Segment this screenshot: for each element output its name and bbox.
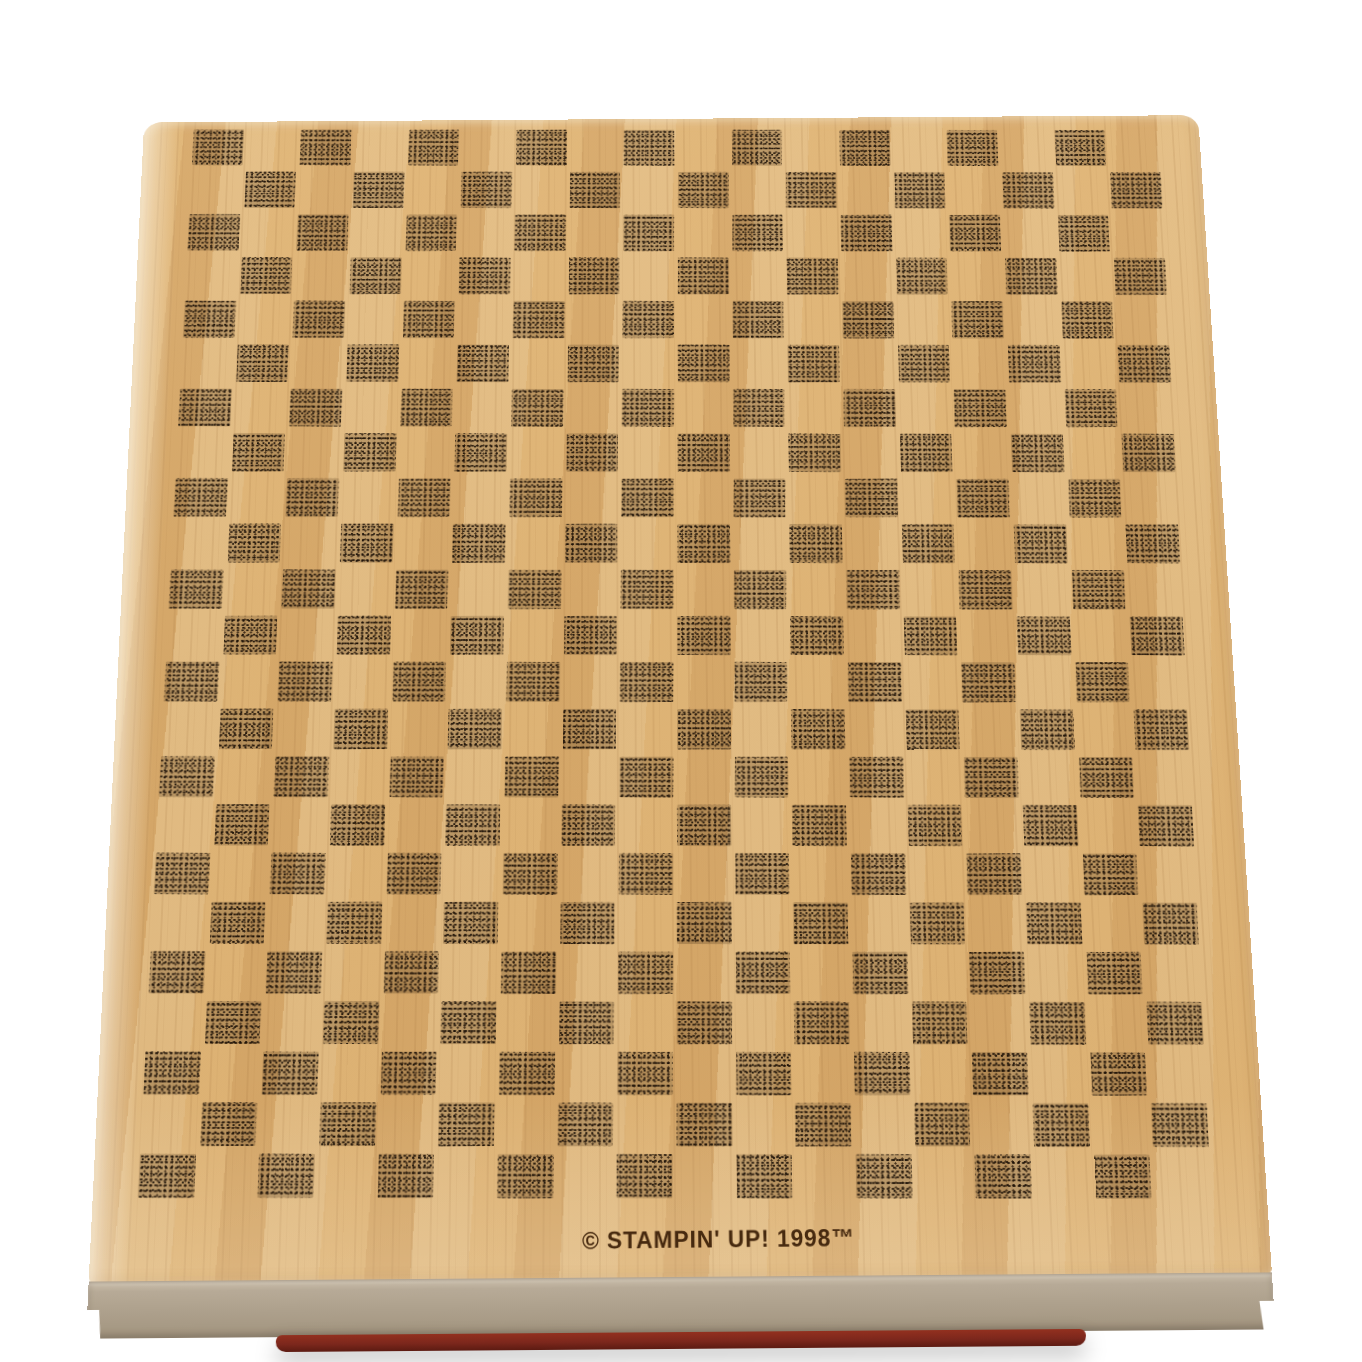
board-square-light	[901, 566, 959, 612]
board-square-dark	[842, 386, 898, 431]
board-square-dark	[1069, 566, 1127, 612]
board-square-light	[1019, 754, 1078, 802]
board-square-light	[138, 1099, 200, 1150]
board-square-light	[734, 1099, 794, 1150]
board-square-dark	[562, 612, 619, 659]
board-square-dark	[321, 998, 382, 1048]
board-square-dark	[283, 475, 341, 520]
board-square-dark	[1108, 169, 1164, 212]
board-square-light	[555, 1150, 615, 1202]
board-square-light	[386, 801, 445, 849]
board-square-dark	[341, 430, 398, 475]
board-square-light	[1086, 998, 1147, 1048]
board-square-dark	[198, 1099, 260, 1150]
board-square-light	[953, 430, 1010, 475]
board-square-light	[1126, 566, 1185, 612]
board-square-dark	[675, 1099, 735, 1150]
board-square-light	[296, 168, 352, 211]
board-square-dark	[1006, 342, 1063, 386]
board-square-dark	[495, 1150, 556, 1202]
board-square-dark	[850, 948, 910, 998]
board-square-dark	[338, 520, 396, 566]
board-square-light	[266, 898, 326, 947]
board-square-light	[1122, 475, 1180, 520]
board-square-dark	[446, 706, 504, 754]
board-square-dark	[675, 801, 733, 849]
board-square-dark	[260, 1048, 321, 1099]
board-square-light	[786, 385, 842, 430]
board-square-light	[732, 612, 789, 659]
board-square-dark	[892, 169, 947, 212]
board-square-light	[675, 1150, 735, 1202]
board-square-dark	[230, 430, 288, 475]
board-square-light	[405, 169, 460, 212]
board-square-dark	[1009, 430, 1066, 475]
board-square-dark	[504, 659, 562, 706]
board-square-dark	[291, 297, 348, 341]
board-square-dark	[375, 1150, 436, 1202]
board-square-light	[319, 1048, 380, 1099]
board-square-dark	[255, 1150, 317, 1202]
board-square-dark	[734, 1048, 794, 1099]
board-square-dark	[497, 1048, 557, 1099]
board-square-light	[838, 169, 893, 212]
board-square-dark	[733, 753, 791, 801]
board-square-dark	[618, 659, 675, 706]
board-square-dark	[790, 801, 848, 849]
board-square-dark	[398, 385, 455, 430]
board-square-light	[848, 801, 907, 849]
board-square-light	[841, 341, 897, 385]
board-square-dark	[347, 254, 403, 297]
board-square-light	[949, 254, 1005, 297]
board-square-light	[164, 612, 223, 659]
board-square-light	[731, 430, 787, 475]
board-square-dark	[967, 948, 1027, 998]
board-square-light	[961, 706, 1020, 754]
board-square-dark	[847, 754, 905, 802]
board-square-dark	[954, 475, 1011, 520]
board-square-light	[556, 1048, 616, 1099]
board-square-dark	[234, 341, 291, 385]
board-square-light	[400, 341, 456, 385]
board-square-light	[620, 430, 676, 475]
board-square-dark	[502, 753, 560, 801]
board-square-dark	[843, 475, 900, 520]
board-square-dark	[1027, 998, 1088, 1048]
board-square-light	[214, 753, 274, 801]
board-square-light	[144, 997, 205, 1047]
board-square-light	[561, 659, 618, 706]
board-square-dark	[441, 898, 500, 947]
board-square-dark	[622, 127, 676, 169]
board-square-dark	[894, 254, 950, 297]
board-square-light	[568, 126, 622, 168]
board-square-light	[1022, 850, 1082, 899]
board-square-light	[732, 706, 790, 754]
board-square-dark	[733, 948, 792, 998]
board-square-light	[257, 1099, 318, 1150]
board-square-dark	[1132, 706, 1191, 754]
board-square-dark	[731, 385, 787, 430]
board-square-light	[675, 948, 734, 998]
board-square-dark	[1000, 169, 1056, 212]
board-square-dark	[287, 385, 344, 430]
board-square-light	[1090, 1099, 1152, 1150]
board-square-dark	[207, 898, 267, 947]
board-square-dark	[1012, 520, 1070, 566]
board-square-light	[793, 1048, 853, 1099]
board-square-light	[315, 1150, 376, 1202]
board-square-dark	[557, 998, 616, 1048]
board-square-light	[676, 298, 731, 342]
board-square-light	[787, 475, 843, 520]
board-square-light	[394, 520, 451, 566]
board-square-light	[675, 753, 733, 801]
board-square-light	[205, 948, 266, 998]
board-square-light	[343, 385, 400, 430]
board-square-dark	[732, 566, 789, 612]
board-square-dark	[1024, 899, 1084, 948]
board-square-dark	[788, 520, 845, 566]
board-square-dark	[898, 430, 955, 475]
board-square-dark	[730, 127, 784, 169]
board-square-dark	[1066, 475, 1124, 520]
board-square-light	[1032, 1151, 1094, 1203]
board-square-dark	[840, 298, 896, 342]
board-square-dark	[176, 385, 234, 430]
board-square-light	[619, 612, 676, 659]
board-square-light	[503, 706, 561, 754]
board-square-dark	[846, 659, 904, 706]
board-square-light	[1029, 1048, 1090, 1099]
board-square-light	[336, 566, 394, 612]
board-square-dark	[459, 169, 514, 212]
board-square-dark	[146, 948, 207, 998]
board-square-light	[617, 801, 675, 849]
board-square-light	[790, 753, 848, 801]
board-square-light	[905, 754, 964, 802]
board-square-dark	[853, 1150, 914, 1202]
board-square-light	[622, 169, 676, 212]
board-square-dark	[950, 298, 1006, 342]
board-square-light	[274, 706, 333, 754]
board-square-light	[731, 341, 786, 385]
board-square-dark	[912, 1099, 973, 1150]
board-square-light	[289, 341, 346, 385]
board-square-light	[675, 566, 732, 612]
board-square-light	[966, 899, 1026, 948]
board-square-dark	[844, 566, 901, 612]
board-square-light	[1026, 948, 1086, 998]
board-square-dark	[264, 948, 325, 998]
board-square-dark	[514, 126, 569, 168]
board-square-light	[913, 1150, 974, 1202]
board-square-light	[1071, 612, 1130, 659]
board-square-light	[512, 254, 567, 297]
board-square-light	[240, 211, 296, 254]
board-square-dark	[733, 850, 791, 899]
board-square-dark	[501, 850, 560, 899]
board-square-light	[1106, 127, 1162, 169]
board-square-light	[507, 520, 564, 566]
board-square-dark	[1088, 1049, 1149, 1100]
board-square-dark	[1116, 342, 1173, 386]
board-square-light	[963, 802, 1022, 850]
board-face: © STAMPIN' UP! 1998™	[89, 115, 1272, 1283]
board-square-light	[897, 386, 953, 431]
board-square-light	[1143, 948, 1204, 998]
board-square-dark	[731, 475, 787, 520]
board-square-dark	[136, 1150, 198, 1202]
board-square-dark	[1031, 1099, 1092, 1150]
board-square-light	[1054, 169, 1110, 212]
board-square-light	[195, 1150, 257, 1202]
board-square-light	[159, 705, 219, 753]
board-square-dark	[401, 297, 457, 341]
board-square-light	[282, 520, 340, 566]
board-square-light	[402, 254, 458, 297]
board-square-dark	[617, 850, 675, 899]
board-square-light	[285, 430, 342, 475]
board-square-dark	[793, 1099, 853, 1150]
board-square-light	[909, 948, 969, 998]
board-square-dark	[225, 520, 283, 566]
board-square-light	[1151, 1151, 1213, 1203]
board-square-dark	[620, 385, 676, 430]
board-square-light	[322, 948, 382, 998]
board-square-light	[734, 998, 793, 1048]
board-square-dark	[185, 211, 242, 254]
board-square-light	[675, 1048, 734, 1099]
board-square-dark	[294, 211, 350, 254]
board-square-dark	[734, 1150, 794, 1202]
block-side-edge	[86, 1272, 1276, 1338]
board-square-dark	[203, 997, 264, 1047]
board-square-dark	[558, 899, 617, 948]
board-square-light	[951, 341, 1007, 385]
board-square-light	[675, 659, 732, 706]
board-square-light	[1007, 386, 1064, 431]
board-square-dark	[732, 659, 789, 706]
board-square-dark	[1136, 802, 1196, 850]
board-square-light	[391, 612, 449, 659]
board-square-light	[1068, 520, 1126, 566]
board-square-light	[179, 341, 236, 385]
board-square-dark	[378, 1048, 439, 1099]
board-square-dark	[787, 430, 843, 475]
board-square-dark	[457, 254, 513, 297]
board-square-dark	[444, 801, 503, 849]
board-square-light	[619, 520, 675, 566]
board-square-light	[842, 430, 898, 475]
board-square-light	[616, 998, 675, 1048]
board-square-light	[223, 566, 281, 612]
board-square-light	[210, 849, 270, 898]
board-square-dark	[272, 753, 331, 801]
board-square-light	[262, 997, 323, 1047]
board-square-dark	[965, 850, 1024, 899]
board-square-light	[851, 998, 911, 1048]
board-square-dark	[730, 211, 785, 254]
board-square-light	[500, 898, 559, 947]
board-square-light	[169, 520, 227, 566]
board-square-light	[1016, 659, 1075, 706]
board-square-dark	[1018, 706, 1077, 754]
board-square-dark	[957, 566, 1015, 612]
board-square-light	[791, 850, 850, 899]
board-square-dark	[849, 850, 908, 899]
board-square-dark	[564, 430, 620, 475]
checkerboard-grid	[136, 126, 1214, 1202]
board-square-light	[440, 948, 500, 998]
board-square-dark	[1015, 612, 1073, 659]
board-square-dark	[566, 254, 621, 297]
board-square-dark	[675, 612, 732, 659]
board-square-dark	[317, 1099, 378, 1150]
board-square-dark	[390, 659, 448, 706]
board-square-dark	[152, 849, 212, 898]
board-square-dark	[1149, 1099, 1211, 1150]
board-square-light	[232, 385, 289, 430]
board-square-dark	[212, 801, 272, 849]
board-square-dark	[555, 1099, 615, 1150]
board-square-dark	[453, 430, 510, 475]
board-square-dark	[838, 127, 893, 169]
board-square-dark	[455, 341, 511, 385]
board-square-dark	[331, 706, 390, 754]
board-square-dark	[157, 753, 217, 801]
board-square-dark	[947, 211, 1003, 254]
board-square-dark	[676, 254, 731, 297]
board-square-light	[891, 127, 946, 169]
board-square-dark	[1077, 754, 1136, 802]
board-square-light	[389, 706, 447, 754]
board-square-light	[676, 211, 730, 254]
board-square-dark	[676, 430, 732, 475]
board-square-dark	[511, 297, 567, 341]
board-square-light	[617, 899, 676, 948]
board-square-light	[278, 612, 336, 659]
board-square-light	[1002, 212, 1058, 255]
board-square-dark	[450, 520, 507, 566]
board-square-light	[969, 998, 1029, 1048]
board-square-light	[903, 659, 961, 706]
board-square-light	[456, 297, 512, 341]
board-square-light	[1134, 754, 1194, 802]
board-square-light	[560, 753, 618, 801]
board-square-dark	[171, 474, 229, 519]
board-square-light	[676, 127, 730, 169]
board-square-dark	[509, 385, 565, 430]
board-square-dark	[568, 169, 623, 212]
board-square-dark	[561, 706, 619, 754]
board-square-light	[1118, 386, 1175, 431]
board-square-dark	[908, 899, 968, 948]
board-square-dark	[381, 948, 441, 998]
board-square-light	[244, 126, 300, 168]
board-square-dark	[789, 706, 847, 754]
board-square-light	[508, 430, 564, 475]
board-square-light	[907, 850, 966, 899]
board-square-dark	[439, 998, 499, 1048]
board-square-light	[513, 169, 568, 212]
board-square-dark	[324, 898, 384, 947]
board-square-light	[1114, 298, 1171, 342]
copyright-text: © STAMPIN' UP! 1998™	[137, 1219, 1223, 1260]
board-square-light	[352, 126, 407, 168]
board-square-dark	[190, 126, 246, 168]
board-square-dark	[1124, 521, 1182, 567]
stamp-photo: © STAMPIN' UP! 1998™	[0, 0, 1362, 1362]
board-square-light	[188, 168, 244, 211]
board-square-dark	[615, 1048, 674, 1099]
board-square-light	[785, 211, 840, 254]
board-square-light	[174, 430, 232, 475]
board-square-light	[999, 127, 1054, 169]
board-square-dark	[298, 126, 354, 168]
board-square-light	[200, 1048, 261, 1099]
board-square-light	[1010, 475, 1067, 520]
board-square-dark	[902, 612, 960, 659]
board-square-dark	[615, 1150, 675, 1202]
board-square-dark	[499, 948, 558, 998]
board-square-light	[730, 254, 785, 297]
board-square-light	[732, 520, 788, 566]
board-square-light	[730, 169, 784, 212]
board-square-dark	[1056, 212, 1112, 255]
board-square-light	[675, 850, 733, 899]
board-square-light	[565, 385, 621, 430]
board-square-dark	[563, 520, 620, 566]
board-square-light	[1130, 659, 1189, 706]
board-square-dark	[1084, 948, 1145, 998]
board-square-light	[458, 211, 513, 254]
board-square-dark	[1080, 850, 1140, 899]
board-square-dark	[448, 612, 506, 659]
board-square-light	[447, 659, 505, 706]
board-square-light	[958, 612, 1016, 659]
board-square-dark	[565, 341, 621, 385]
board-square-light	[784, 127, 838, 169]
board-square-dark	[618, 753, 676, 801]
board-square-light	[154, 801, 214, 849]
board-square-light	[397, 430, 454, 475]
board-square-dark	[962, 754, 1021, 802]
board-square-dark	[906, 802, 965, 850]
board-square-dark	[238, 254, 295, 297]
board-square-light	[270, 801, 330, 849]
board-square-light	[1064, 430, 1121, 475]
board-square-light	[789, 659, 847, 706]
board-square-dark	[791, 899, 850, 948]
board-square-dark	[221, 612, 280, 659]
board-square-dark	[242, 168, 298, 211]
board-square-dark	[839, 211, 894, 254]
wood-block: © STAMPIN' UP! 1998™	[85, 115, 1277, 1356]
board-square-dark	[559, 801, 617, 849]
board-square-dark	[1053, 127, 1109, 169]
board-square-light	[383, 898, 443, 947]
board-square-dark	[675, 706, 732, 754]
board-square-light	[219, 658, 278, 705]
board-square-light	[437, 1048, 497, 1099]
board-square-light	[1058, 255, 1114, 298]
board-square-light	[788, 566, 845, 612]
board-square-dark	[900, 520, 957, 566]
board-square-light	[621, 341, 676, 385]
board-square-light	[956, 520, 1014, 566]
